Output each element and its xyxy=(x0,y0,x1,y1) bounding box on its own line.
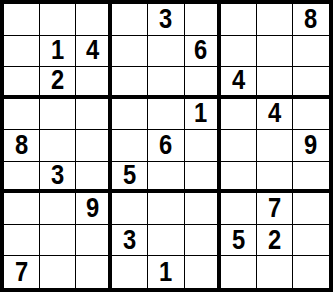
cell-r3c7: 4 xyxy=(221,67,257,99)
cell-r9c2[interactable] xyxy=(40,256,76,288)
cell-r4c1[interactable] xyxy=(4,99,40,131)
cell-r5c2[interactable] xyxy=(40,130,76,162)
cell-r8c6[interactable] xyxy=(185,225,221,257)
cell-r9c3[interactable] xyxy=(76,256,112,288)
cell-r1c5: 3 xyxy=(148,4,184,36)
cell-r5c9: 9 xyxy=(293,130,329,162)
cell-r2c1[interactable] xyxy=(4,36,40,68)
cell-r8c7: 5 xyxy=(221,225,257,257)
cell-r4c8: 4 xyxy=(257,99,293,131)
cell-r3c9[interactable] xyxy=(293,67,329,99)
cell-r1c3[interactable] xyxy=(76,4,112,36)
cell-r5c3[interactable] xyxy=(76,130,112,162)
cell-value: 9 xyxy=(304,132,317,159)
cell-r9c6[interactable] xyxy=(185,256,221,288)
cell-r8c1[interactable] xyxy=(4,225,40,257)
cell-r5c5: 6 xyxy=(148,130,184,162)
cell-r5c6[interactable] xyxy=(185,130,221,162)
cell-r4c3[interactable] xyxy=(76,99,112,131)
cell-r3c4[interactable] xyxy=(112,67,148,99)
cell-r2c9[interactable] xyxy=(293,36,329,68)
cell-r5c1: 8 xyxy=(4,130,40,162)
cell-value: 4 xyxy=(232,67,245,94)
cell-r9c9[interactable] xyxy=(293,256,329,288)
cell-r6c9[interactable] xyxy=(293,162,329,194)
cell-r6c4: 5 xyxy=(112,162,148,194)
cell-r4c2[interactable] xyxy=(40,99,76,131)
cell-r7c9[interactable] xyxy=(293,193,329,225)
cell-r5c7[interactable] xyxy=(221,130,257,162)
cell-r7c8: 7 xyxy=(257,193,293,225)
cell-r4c5[interactable] xyxy=(148,99,184,131)
cell-r1c8[interactable] xyxy=(257,4,293,36)
cell-r4c7[interactable] xyxy=(221,99,257,131)
cell-value: 8 xyxy=(304,6,317,33)
cell-r3c6[interactable] xyxy=(185,67,221,99)
cell-r1c1[interactable] xyxy=(4,4,40,36)
cell-r1c9: 8 xyxy=(293,4,329,36)
cell-r2c7[interactable] xyxy=(221,36,257,68)
cell-r8c5[interactable] xyxy=(148,225,184,257)
cell-r7c2[interactable] xyxy=(40,193,76,225)
cell-value: 1 xyxy=(51,37,64,64)
cell-value: 2 xyxy=(51,67,64,94)
cell-r2c8[interactable] xyxy=(257,36,293,68)
cell-r1c6[interactable] xyxy=(185,4,221,36)
cell-r2c6: 6 xyxy=(185,36,221,68)
cell-r3c5[interactable] xyxy=(148,67,184,99)
cell-r3c3[interactable] xyxy=(76,67,112,99)
cell-r8c8: 2 xyxy=(257,225,293,257)
cell-r9c5: 1 xyxy=(148,256,184,288)
cell-r7c3: 9 xyxy=(76,193,112,225)
cell-value: 4 xyxy=(86,37,99,64)
cell-r2c5[interactable] xyxy=(148,36,184,68)
cell-r9c1: 7 xyxy=(4,256,40,288)
cell-value: 7 xyxy=(268,195,281,222)
cell-value: 1 xyxy=(194,100,207,127)
cell-value: 3 xyxy=(159,6,172,33)
cell-value: 8 xyxy=(15,132,28,159)
cell-value: 6 xyxy=(159,132,172,159)
cell-r6c5[interactable] xyxy=(148,162,184,194)
cell-r1c7[interactable] xyxy=(221,4,257,36)
cell-r7c1[interactable] xyxy=(4,193,40,225)
cell-r8c9[interactable] xyxy=(293,225,329,257)
cell-r6c1[interactable] xyxy=(4,162,40,194)
cell-value: 4 xyxy=(268,100,281,127)
cell-value: 6 xyxy=(194,37,207,64)
cell-r9c8[interactable] xyxy=(257,256,293,288)
cell-r6c7[interactable] xyxy=(221,162,257,194)
cell-r3c2: 2 xyxy=(40,67,76,99)
cell-r5c4[interactable] xyxy=(112,130,148,162)
cell-value: 5 xyxy=(232,227,245,254)
cell-r2c4[interactable] xyxy=(112,36,148,68)
cell-value: 3 xyxy=(51,162,64,189)
cell-r7c7[interactable] xyxy=(221,193,257,225)
cell-value: 5 xyxy=(123,162,136,189)
cell-r3c1[interactable] xyxy=(4,67,40,99)
cell-r9c4[interactable] xyxy=(112,256,148,288)
cell-r7c4[interactable] xyxy=(112,193,148,225)
cell-r4c4[interactable] xyxy=(112,99,148,131)
cell-value: 7 xyxy=(15,259,28,286)
cell-value: 9 xyxy=(86,195,99,222)
cell-value: 1 xyxy=(159,259,172,286)
cell-r2c2: 1 xyxy=(40,36,76,68)
cell-r1c2[interactable] xyxy=(40,4,76,36)
cell-r6c2: 3 xyxy=(40,162,76,194)
cell-r6c8[interactable] xyxy=(257,162,293,194)
sudoku-board: 381462414869359735271 xyxy=(0,0,333,292)
cell-r7c6[interactable] xyxy=(185,193,221,225)
cell-r3c8[interactable] xyxy=(257,67,293,99)
cell-r8c3[interactable] xyxy=(76,225,112,257)
cell-r7c5[interactable] xyxy=(148,193,184,225)
cell-r2c3: 4 xyxy=(76,36,112,68)
cell-r9c7[interactable] xyxy=(221,256,257,288)
cell-r5c8[interactable] xyxy=(257,130,293,162)
cell-r6c6[interactable] xyxy=(185,162,221,194)
cell-r8c4: 3 xyxy=(112,225,148,257)
cell-r6c3[interactable] xyxy=(76,162,112,194)
cell-r4c9[interactable] xyxy=(293,99,329,131)
cell-r4c6: 1 xyxy=(185,99,221,131)
cell-r8c2[interactable] xyxy=(40,225,76,257)
cell-value: 3 xyxy=(123,227,136,254)
cell-r1c4[interactable] xyxy=(112,4,148,36)
cell-value: 2 xyxy=(268,227,281,254)
